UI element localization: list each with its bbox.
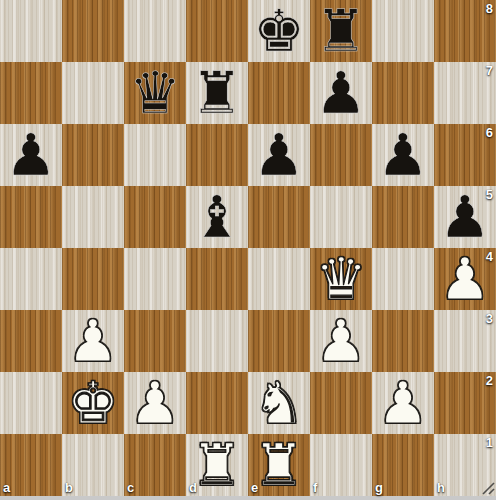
rank-label-7: 7 (486, 63, 493, 78)
square-b2[interactable]: ♚ (62, 372, 124, 434)
white-pawn[interactable]: ♟ (62, 310, 124, 372)
black-rook[interactable]: ♜ (310, 0, 372, 62)
square-g8[interactable] (372, 0, 434, 62)
square-d6[interactable] (186, 124, 248, 186)
rank-label-3: 3 (486, 311, 493, 326)
square-d7[interactable]: ♜ (186, 62, 248, 124)
white-queen[interactable]: ♛ (310, 248, 372, 310)
square-h7[interactable]: 7 (434, 62, 496, 124)
square-a6[interactable]: ♟ (0, 124, 62, 186)
square-d3[interactable] (186, 310, 248, 372)
white-pawn[interactable]: ♟ (310, 310, 372, 372)
square-g4[interactable] (372, 248, 434, 310)
square-h4[interactable]: ♟4 (434, 248, 496, 310)
square-a1[interactable]: a (0, 434, 62, 496)
square-e4[interactable] (248, 248, 310, 310)
square-c6[interactable] (124, 124, 186, 186)
black-pawn[interactable]: ♟ (372, 124, 434, 186)
square-g1[interactable]: g (372, 434, 434, 496)
white-rook[interactable]: ♜ (248, 434, 310, 496)
square-h5[interactable]: ♟5 (434, 186, 496, 248)
square-c7[interactable]: ♛ (124, 62, 186, 124)
square-d5[interactable]: ♝ (186, 186, 248, 248)
black-queen[interactable]: ♛ (124, 62, 186, 124)
rank-label-8: 8 (486, 1, 493, 16)
rank-label-6: 6 (486, 125, 493, 140)
white-pawn[interactable]: ♟ (434, 248, 496, 310)
file-label-c: c (127, 480, 134, 495)
square-e5[interactable] (248, 186, 310, 248)
square-a4[interactable] (0, 248, 62, 310)
file-label-b: b (65, 480, 73, 495)
square-g6[interactable]: ♟ (372, 124, 434, 186)
square-b7[interactable] (62, 62, 124, 124)
square-h2[interactable]: 2 (434, 372, 496, 434)
square-b8[interactable] (62, 0, 124, 62)
square-a2[interactable] (0, 372, 62, 434)
black-bishop[interactable]: ♝ (186, 186, 248, 248)
white-knight[interactable]: ♞ (248, 372, 310, 434)
white-rook[interactable]: ♜ (186, 434, 248, 496)
square-g2[interactable]: ♟ (372, 372, 434, 434)
file-label-a: a (3, 480, 10, 495)
square-e8[interactable]: ♚ (248, 0, 310, 62)
square-a5[interactable] (0, 186, 62, 248)
square-h6[interactable]: 6 (434, 124, 496, 186)
square-h3[interactable]: 3 (434, 310, 496, 372)
square-d2[interactable] (186, 372, 248, 434)
square-g3[interactable] (372, 310, 434, 372)
black-pawn[interactable]: ♟ (0, 124, 62, 186)
square-a8[interactable] (0, 0, 62, 62)
square-c1[interactable]: c (124, 434, 186, 496)
square-g7[interactable] (372, 62, 434, 124)
square-f6[interactable] (310, 124, 372, 186)
black-pawn[interactable]: ♟ (434, 186, 496, 248)
square-f8[interactable]: ♜ (310, 0, 372, 62)
square-b1[interactable]: b (62, 434, 124, 496)
black-pawn[interactable]: ♟ (310, 62, 372, 124)
square-d8[interactable] (186, 0, 248, 62)
square-e2[interactable]: ♞ (248, 372, 310, 434)
file-label-f: f (313, 480, 317, 495)
square-e7[interactable] (248, 62, 310, 124)
square-c4[interactable] (124, 248, 186, 310)
square-a7[interactable] (0, 62, 62, 124)
square-d4[interactable] (186, 248, 248, 310)
white-pawn[interactable]: ♟ (124, 372, 186, 434)
square-f4[interactable]: ♛ (310, 248, 372, 310)
square-c8[interactable] (124, 0, 186, 62)
square-f2[interactable] (310, 372, 372, 434)
square-f3[interactable]: ♟ (310, 310, 372, 372)
square-c3[interactable] (124, 310, 186, 372)
white-pawn[interactable]: ♟ (372, 372, 434, 434)
square-d1[interactable]: ♜d (186, 434, 248, 496)
square-f7[interactable]: ♟ (310, 62, 372, 124)
square-b5[interactable] (62, 186, 124, 248)
rank-label-2: 2 (486, 373, 493, 388)
square-e6[interactable]: ♟ (248, 124, 310, 186)
square-h8[interactable]: 8 (434, 0, 496, 62)
square-e1[interactable]: ♜e (248, 434, 310, 496)
resize-handle-icon[interactable] (480, 480, 495, 495)
white-king[interactable]: ♚ (62, 372, 124, 434)
square-h1[interactable]: h1 (434, 434, 496, 496)
square-f5[interactable] (310, 186, 372, 248)
square-g5[interactable] (372, 186, 434, 248)
rank-label-1: 1 (486, 435, 493, 450)
square-e3[interactable] (248, 310, 310, 372)
square-b3[interactable]: ♟ (62, 310, 124, 372)
black-pawn[interactable]: ♟ (248, 124, 310, 186)
square-a3[interactable] (0, 310, 62, 372)
square-c5[interactable] (124, 186, 186, 248)
chess-board: ♚♜8♛♜♟7♟♟♟6♝♟5♛♟4♟♟3♚♟♞♟2abc♜d♜efgh1 (0, 0, 496, 496)
file-label-h: h (437, 480, 445, 495)
square-b6[interactable] (62, 124, 124, 186)
file-label-g: g (375, 480, 383, 495)
square-c2[interactable]: ♟ (124, 372, 186, 434)
square-f1[interactable]: f (310, 434, 372, 496)
square-b4[interactable] (62, 248, 124, 310)
black-king[interactable]: ♚ (248, 0, 310, 62)
black-rook[interactable]: ♜ (186, 62, 248, 124)
